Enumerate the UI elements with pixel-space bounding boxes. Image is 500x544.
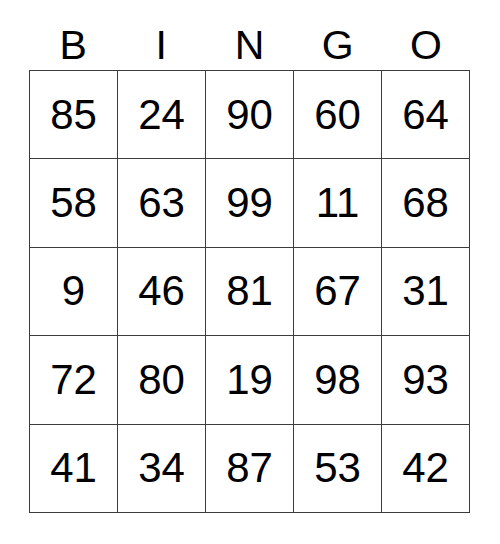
header-letter-i: I bbox=[117, 0, 205, 70]
bingo-cell-r1c5[interactable]: 64 bbox=[382, 71, 470, 159]
bingo-cell-r2c3[interactable]: 99 bbox=[206, 159, 294, 247]
bingo-cell-r2c4[interactable]: 11 bbox=[294, 159, 382, 247]
bingo-card: B I N G O 85 24 90 60 64 58 63 99 11 68 … bbox=[0, 0, 500, 544]
bingo-cell-r5c1[interactable]: 41 bbox=[30, 425, 118, 513]
bingo-cell-r5c5[interactable]: 42 bbox=[382, 425, 470, 513]
bingo-cell-r4c1[interactable]: 72 bbox=[30, 336, 118, 424]
bingo-cell-r1c4[interactable]: 60 bbox=[294, 71, 382, 159]
bingo-cell-r3c5[interactable]: 31 bbox=[382, 248, 470, 336]
bingo-cell-r1c3[interactable]: 90 bbox=[206, 71, 294, 159]
bingo-cell-r5c2[interactable]: 34 bbox=[118, 425, 206, 513]
header-letter-b: B bbox=[29, 0, 117, 70]
bingo-cell-r3c4[interactable]: 67 bbox=[294, 248, 382, 336]
header-letter-g: G bbox=[294, 0, 382, 70]
bingo-cell-r2c5[interactable]: 68 bbox=[382, 159, 470, 247]
bingo-cell-r3c1[interactable]: 9 bbox=[30, 248, 118, 336]
header-letter-n: N bbox=[205, 0, 293, 70]
bingo-cell-r3c2[interactable]: 46 bbox=[118, 248, 206, 336]
bingo-cell-r4c3[interactable]: 19 bbox=[206, 336, 294, 424]
bingo-cell-r4c4[interactable]: 98 bbox=[294, 336, 382, 424]
bingo-cell-r2c1[interactable]: 58 bbox=[30, 159, 118, 247]
bingo-cell-r5c3[interactable]: 87 bbox=[206, 425, 294, 513]
header-letter-o: O bbox=[382, 0, 470, 70]
bingo-board: 85 24 90 60 64 58 63 99 11 68 9 46 81 67… bbox=[29, 70, 470, 513]
bingo-cell-r4c5[interactable]: 93 bbox=[382, 336, 470, 424]
bingo-cell-r5c4[interactable]: 53 bbox=[294, 425, 382, 513]
bingo-cell-r1c1[interactable]: 85 bbox=[30, 71, 118, 159]
bingo-cell-r2c2[interactable]: 63 bbox=[118, 159, 206, 247]
bingo-header: B I N G O bbox=[29, 0, 470, 70]
bingo-cell-r1c2[interactable]: 24 bbox=[118, 71, 206, 159]
bingo-cell-r4c2[interactable]: 80 bbox=[118, 336, 206, 424]
bingo-cell-r3c3[interactable]: 81 bbox=[206, 248, 294, 336]
